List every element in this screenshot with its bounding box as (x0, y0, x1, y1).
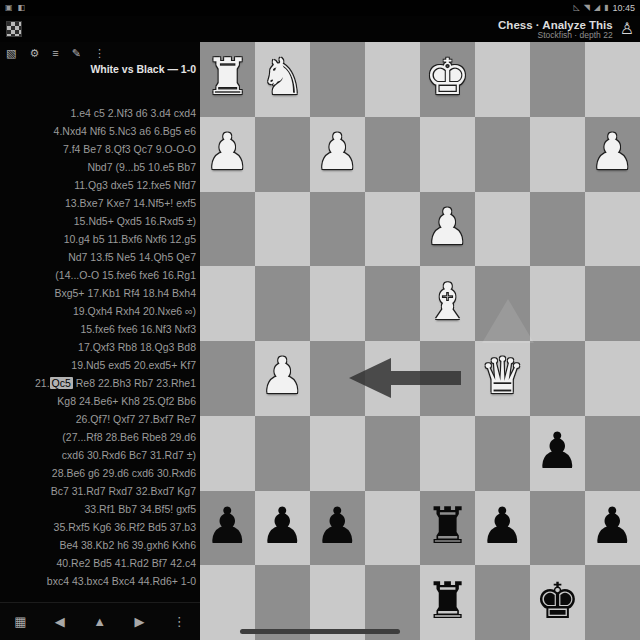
square-h6[interactable] (200, 416, 255, 491)
square-e7[interactable] (365, 491, 420, 566)
gesture-pill[interactable] (240, 629, 400, 634)
analysis-line[interactable]: 40.Re2 Bd5 41.Rd2 Bf7 42.c4 (0, 554, 200, 572)
moves-text: (14...O-O 15.fxe6 fxe6 16.Rg1 (55, 269, 196, 281)
analysis-line[interactable]: 33.Rf1 Bb7 34.Bf5! gxf5 (0, 500, 200, 518)
moves-text: 40.Re2 Bd5 41.Rd2 Bf7 42.c4 (56, 557, 196, 569)
game-header: White vs Black — 1-0 (0, 62, 200, 79)
engine-arrow-icon (345, 352, 465, 404)
square-e2[interactable] (365, 117, 420, 192)
square-g6[interactable] (255, 416, 310, 491)
square-f3[interactable] (310, 192, 365, 267)
square-g7[interactable]: ♟ (255, 491, 310, 566)
square-e4[interactable] (365, 266, 420, 341)
panel-bottom-toolbar: ▦◀▲▶⋮ (0, 602, 200, 640)
move-list[interactable]: 1.e4 c5 2.Nf3 d6 3.d4 cxd44.Nxd4 Nf6 5.N… (0, 104, 200, 602)
prev-move-icon[interactable]: ◀ (55, 614, 65, 629)
square-a1[interactable] (585, 42, 640, 117)
settings-icon[interactable]: ⚙ (29, 46, 39, 60)
analysis-line[interactable]: 13.Bxe7 Kxe7 14.Nf5+! exf5 (0, 194, 200, 212)
status-right-icon-group: ◺◥◢▮ (574, 0, 609, 16)
overflow-icon[interactable]: ⋮ (94, 46, 105, 60)
square-h7[interactable]: ♟ (200, 491, 255, 566)
moves-text: 21. (35, 377, 50, 389)
square-c7[interactable]: ♟ (475, 491, 530, 566)
analysis-line[interactable]: 19.Qxh4 Rxh4 20.Nxe6 ∞) (0, 302, 200, 320)
square-g1[interactable]: ♞ (255, 42, 310, 117)
white-bishop-piece: ♝ (425, 277, 470, 327)
square-b8[interactable]: ♚ (530, 565, 585, 640)
square-f2[interactable]: ♟ (310, 117, 365, 192)
black-king-piece: ♚ (535, 576, 580, 626)
square-d3[interactable]: ♟ (420, 192, 475, 267)
black-pawn-piece: ♟ (315, 501, 360, 551)
white-pawn-piece: ♟ (205, 127, 250, 177)
black-rook-piece: ♜ (425, 576, 470, 626)
square-c5[interactable]: ♛ (475, 341, 530, 416)
selected-move[interactable]: Qc5 (50, 377, 73, 389)
moves-text: Nd7 13.f5 Ne5 14.Qh5 Qe7 (68, 251, 196, 263)
white-king-piece: ♚ (425, 52, 470, 102)
title-block: Chess · Analyze This Stockfish · depth 2… (498, 19, 613, 40)
moves-text: cxd6 30.Rxd6 Bc7 31.Rd7 ±) (62, 449, 196, 461)
action-bar: Chess · Analyze This Stockfish · depth 2… (0, 16, 640, 42)
status-bar: ▣◧ ◺◥◢▮ 10:45 (0, 0, 640, 16)
square-h1[interactable]: ♜ (200, 42, 255, 117)
square-b1[interactable] (530, 42, 585, 117)
moves-text: 26.Qf7! Qxf7 27.Bxf7 Re7 (76, 413, 196, 425)
square-h4[interactable] (200, 266, 255, 341)
analysis-line[interactable]: 11.Qg3 dxe5 12.fxe5 Nfd7 (0, 176, 200, 194)
moves-text: bxc4 43.bxc4 Bxc4 44.Rd6+ 1-0 (47, 575, 196, 587)
white-pawn-piece: ♟ (425, 202, 470, 252)
square-d7[interactable]: ♜ (420, 491, 475, 566)
app-title: Chess · Analyze This (498, 19, 613, 31)
analysis-line[interactable]: 26.Qf7! Qxf7 27.Bxf7 Re7 (0, 410, 200, 428)
white-pawn-piece: ♟ (260, 351, 305, 401)
square-c3[interactable] (475, 192, 530, 267)
moves-text: 1.e4 c5 2.Nf3 d6 3.d4 cxd4 (70, 107, 196, 119)
signal-icon: ◢ (594, 0, 600, 16)
move-list-icon[interactable]: ≡ (52, 46, 58, 60)
black-pawn-piece: ♟ (480, 501, 525, 551)
watermark-triangle-icon (482, 299, 534, 343)
square-b3[interactable] (530, 192, 585, 267)
flip-board-icon[interactable]: ▧ (6, 46, 16, 60)
app-chessboard-icon[interactable] (6, 21, 22, 37)
analysis-line[interactable]: 15.fxe6 fxe6 16.Nf3 Nxf3 (0, 320, 200, 338)
screen: ▣◧ ◺◥◢▮ 10:45 Chess · Analyze This Stock… (0, 0, 640, 640)
square-b7[interactable] (530, 491, 585, 566)
square-h2[interactable]: ♟ (200, 117, 255, 192)
black-pawn-piece: ♟ (590, 501, 635, 551)
square-c6[interactable] (475, 416, 530, 491)
black-pawn-piece: ♟ (260, 501, 305, 551)
wifi-icon: ◥ (584, 0, 590, 16)
pawn-icon[interactable]: ♙ (620, 16, 634, 42)
analysis-line[interactable]: Be4 38.Kb2 h6 39.gxh6 Kxh6 (0, 536, 200, 554)
moves-text: Nbd7 (9...b5 10.e5 Bb7 (87, 161, 196, 173)
moves-text: 15.Nd5+ Qxd5 16.Rxd5 ±) (74, 215, 196, 227)
battery-icon: ▮ (604, 0, 608, 16)
moves-text: 19.Qxh4 Rxh4 20.Nxe6 ∞) (73, 305, 196, 317)
engine-toggle-icon[interactable]: ▲ (93, 614, 106, 629)
white-knight-piece: ♞ (260, 52, 305, 102)
analysis-line[interactable]: 21.Qc5 Re8 22.Bh3 Rb7 23.Rhe1 (0, 374, 200, 392)
analysis-line[interactable]: Kg8 24.Be6+ Kh8 25.Qf2 Bb6 (0, 392, 200, 410)
moves-text: 4.Nxd4 Nf6 5.Nc3 a6 6.Bg5 e6 (54, 125, 196, 137)
analysis-line[interactable]: 7.f4 Be7 8.Qf3 Qc7 9.O-O-O (0, 140, 200, 158)
analysis-line[interactable]: Nbd7 (9...b5 10.e5 Bb7 (0, 158, 200, 176)
panel-toolbar: ▧⚙≡✎⋮ (0, 42, 200, 62)
status-right-icons: ◺◥◢▮ 10:45 (574, 0, 635, 16)
square-c8[interactable] (475, 565, 530, 640)
square-d8[interactable]: ♜ (420, 565, 475, 640)
square-b5[interactable] (530, 341, 585, 416)
square-h3[interactable] (200, 192, 255, 267)
square-d6[interactable] (420, 416, 475, 491)
moves-text: (27...Rf8 28.Be6 Rbe8 29.d6 (62, 431, 196, 443)
white-pawn-piece: ♟ (315, 127, 360, 177)
status-left-icons: ▣◧ (5, 0, 25, 16)
analysis-line[interactable]: 17.Qxf3 Rb8 18.Qg3 Bd8 (0, 338, 200, 356)
moves-text: 35.Rxf5 Kg6 36.Rf2 Bd5 37.b3 (54, 521, 196, 533)
analysis-line[interactable]: 4.Nxd4 Nf6 5.Nc3 a6 6.Bg5 e6 (0, 122, 200, 140)
moves-text: 33.Rf1 Bb7 34.Bf5! gxf5 (85, 503, 197, 515)
moves-text: 28.Be6 g6 29.d6 cxd6 30.Rxd6 (52, 467, 196, 479)
notification-msg-icon: ◧ (18, 0, 26, 16)
moves-text: Re8 22.Bh3 Rb7 23.Rhe1 (73, 377, 196, 389)
analysis-line[interactable]: Nd7 13.f5 Ne5 14.Qh5 Qe7 (0, 248, 200, 266)
analysis-line[interactable]: Bc7 31.Rd7 Rxd7 32.Bxd7 Kg7 (0, 482, 200, 500)
moves-text: Kg8 24.Be6+ Kh8 25.Qf2 Bb6 (57, 395, 196, 407)
analysis-line[interactable]: cxd6 30.Rxd6 Bc7 31.Rd7 ±) (0, 446, 200, 464)
moves-text: 10.g4 b5 11.Bxf6 Nxf6 12.g5 (64, 233, 196, 245)
square-f1[interactable] (310, 42, 365, 117)
square-c1[interactable] (475, 42, 530, 117)
moves-text: 13.Bxe7 Kxe7 14.Nf5+! exf5 (65, 197, 196, 209)
white-pawn-piece: ♟ (590, 127, 635, 177)
square-a4[interactable] (585, 266, 640, 341)
analysis-line[interactable]: 1.e4 c5 2.Nf3 d6 3.d4 cxd4 (0, 104, 200, 122)
square-a5[interactable] (585, 341, 640, 416)
moves-text: Be4 38.Kb2 h6 39.gxh6 Kxh6 (59, 539, 196, 551)
next-move-icon[interactable]: ▶ (134, 614, 144, 629)
analysis-line[interactable]: 35.Rxf5 Kg6 36.Rf2 Bd5 37.b3 (0, 518, 200, 536)
square-g5[interactable]: ♟ (255, 341, 310, 416)
square-f6[interactable] (310, 416, 365, 491)
square-e1[interactable] (365, 42, 420, 117)
square-d2[interactable] (420, 117, 475, 192)
analysis-line[interactable]: Bxg5+ 17.Kb1 Rf4 18.h4 Bxh4 (0, 284, 200, 302)
square-d1[interactable]: ♚ (420, 42, 475, 117)
analysis-line[interactable]: bxc4 43.bxc4 Bxc4 44.Rd6+ 1-0 (0, 572, 200, 590)
analysis-line[interactable]: (14...O-O 15.fxe6 fxe6 16.Rg1 (0, 266, 200, 284)
square-c2[interactable] (475, 117, 530, 192)
black-rook-piece: ♜ (425, 501, 470, 551)
square-d4[interactable]: ♝ (420, 266, 475, 341)
moves-text: Bxg5+ 17.Kb1 Rf4 18.h4 Bxh4 (54, 287, 196, 299)
moves-text: 7.f4 Be7 8.Qf3 Qc7 9.O-O-O (63, 143, 196, 155)
moves-text: Bc7 31.Rd7 Rxd7 32.Bxd7 Kg7 (51, 485, 196, 497)
moves-text: 11.Qg3 dxe5 12.fxe5 Nfd7 (74, 179, 196, 191)
square-g4[interactable] (255, 266, 310, 341)
analysis-panel: ▧⚙≡✎⋮ White vs Black — 1-0 1.e4 c5 2.Nf3… (0, 42, 200, 640)
square-a3[interactable] (585, 192, 640, 267)
white-rook-piece: ♜ (205, 52, 250, 102)
moves-text: 19.Nd5 exd5 20.exd5+ Kf7 (71, 359, 196, 371)
status-time: 10:45 (612, 3, 635, 13)
square-a2[interactable]: ♟ (585, 117, 640, 192)
moves-text: 15.fxe6 fxe6 16.Nf3 Nxf3 (80, 323, 196, 335)
menu-dots-icon[interactable]: ⋮ (173, 614, 186, 629)
square-b6[interactable]: ♟ (530, 416, 585, 491)
square-b4[interactable] (530, 266, 585, 341)
analysis-line[interactable]: (27...Rf8 28.Be6 Rbe8 29.d6 (0, 428, 200, 446)
edit-icon[interactable]: ✎ (72, 46, 81, 60)
square-a8[interactable] (585, 565, 640, 640)
analysis-line[interactable]: 19.Nd5 exd5 20.exd5+ Kf7 (0, 356, 200, 374)
board[interactable]: ♜♞♚♟♟♟♟♝♟♛♟♟♟♟♜♟♟♜♚ (200, 42, 640, 640)
analysis-line[interactable]: 28.Be6 g6 29.d6 cxd6 30.Rxd6 (0, 464, 200, 482)
black-pawn-piece: ♟ (205, 501, 250, 551)
first-move-icon[interactable]: ▦ (14, 614, 26, 629)
vibrate-icon: ◺ (574, 0, 580, 16)
square-g2[interactable] (255, 117, 310, 192)
black-pawn-piece: ♟ (535, 426, 580, 476)
square-e6[interactable] (365, 416, 420, 491)
analysis-line[interactable]: 15.Nd5+ Qxd5 16.Rxd5 ±) (0, 212, 200, 230)
analysis-line[interactable]: 10.g4 b5 11.Bxf6 Nxf6 12.g5 (0, 230, 200, 248)
square-h5[interactable] (200, 341, 255, 416)
app-subtitle: Stockfish · depth 22 (498, 31, 613, 40)
square-a6[interactable] (585, 416, 640, 491)
square-b2[interactable] (530, 117, 585, 192)
notification-chess-icon: ▣ (5, 0, 13, 16)
moves-text: 17.Qxf3 Rb8 18.Qg3 Bd8 (78, 341, 196, 353)
square-a7[interactable]: ♟ (585, 491, 640, 566)
square-f7[interactable]: ♟ (310, 491, 365, 566)
square-g3[interactable] (255, 192, 310, 267)
square-e3[interactable] (365, 192, 420, 267)
square-f4[interactable] (310, 266, 365, 341)
white-queen-piece: ♛ (480, 351, 525, 401)
